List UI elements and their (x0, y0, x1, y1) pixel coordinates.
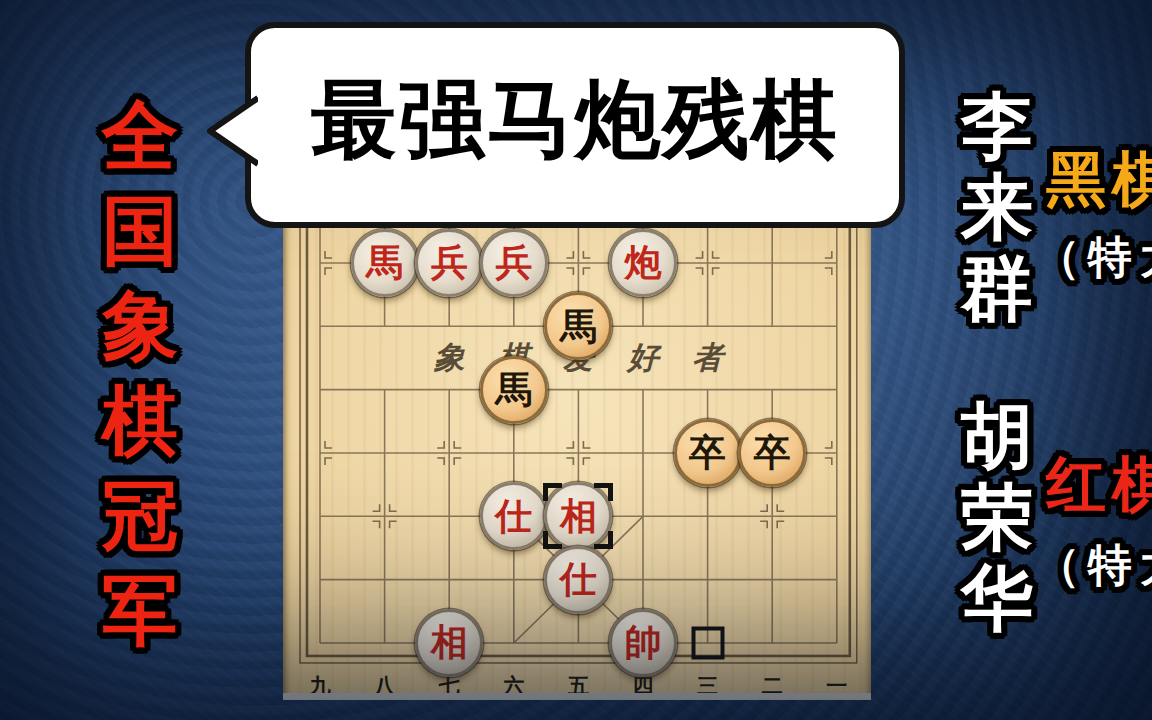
red-side-label: 红棋 (1046, 445, 1152, 526)
svg-text:好: 好 (626, 340, 663, 375)
piece-red-advisor[interactable]: 仕 (480, 482, 548, 550)
black-player-name: 李来群 (958, 86, 1036, 329)
last-move-origin-marker (691, 626, 724, 659)
left-banner-national-champion: 全国象棋冠军 (99, 88, 181, 658)
selected-piece-brackets (543, 483, 613, 549)
piece-red-soldier[interactable]: 兵 (480, 229, 548, 297)
speech-bubble-tail-icon (202, 86, 258, 176)
piece-red-advisor[interactable]: 仕 (544, 546, 612, 614)
video-frame: 象棋爱好者九八七六五四三二一 馬兵兵炮馬馬卒卒仕相仕相帥 最强马炮残棋 全国象棋… (0, 0, 1152, 720)
red-player-name: 胡荣华 (958, 396, 1036, 639)
black-side-label: 黑棋 (1046, 140, 1152, 221)
piece-black-soldier[interactable]: 卒 (674, 419, 742, 487)
xiangqi-board-panel: 象棋爱好者九八七六五四三二一 馬兵兵炮馬馬卒卒仕相仕相帥 (283, 200, 871, 700)
piece-red-soldier[interactable]: 兵 (415, 229, 483, 297)
piece-black-horse[interactable]: 馬 (544, 292, 612, 360)
piece-black-horse[interactable]: 馬 (480, 356, 548, 424)
episode-title: 最强马炮残棋 (311, 62, 839, 189)
piece-red-horse[interactable]: 馬 (351, 229, 419, 297)
red-player-rank-label: （特大 (1036, 536, 1152, 595)
piece-red-king[interactable]: 帥 (609, 609, 677, 677)
svg-text:象: 象 (434, 340, 466, 375)
svg-text:者: 者 (692, 340, 727, 375)
piece-black-soldier[interactable]: 卒 (738, 419, 806, 487)
piece-red-elephant[interactable]: 相 (415, 609, 483, 677)
piece-red-cannon[interactable]: 炮 (609, 229, 677, 297)
title-speech-bubble: 最强马炮残棋 (245, 22, 905, 228)
black-player-rank-label: （特大 (1036, 228, 1152, 287)
